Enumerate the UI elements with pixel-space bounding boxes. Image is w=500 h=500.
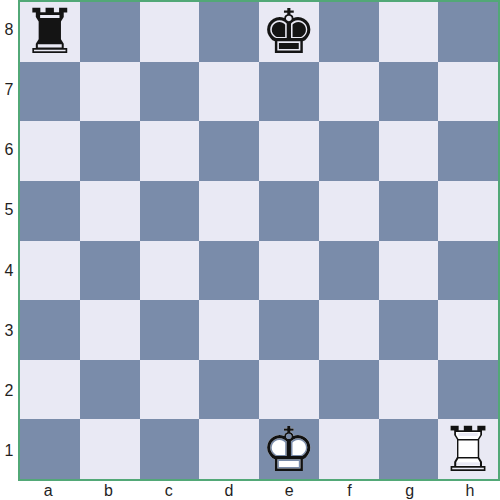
square-h5[interactable] — [438, 181, 498, 241]
file-label-b: b — [78, 481, 138, 500]
file-labels: abcdefgh — [18, 481, 500, 500]
square-d7[interactable] — [199, 62, 259, 122]
rank-label-1: 1 — [0, 421, 18, 481]
square-f4[interactable] — [319, 241, 379, 301]
white-rook-piece: ♜♖ — [440, 420, 496, 479]
square-e2[interactable] — [259, 360, 319, 420]
file-label-d: d — [199, 481, 259, 500]
page: 87654321 ♜♚♚♔♜♖ abcdefgh — [0, 0, 500, 500]
square-f8[interactable] — [319, 2, 379, 62]
rank-label-2: 2 — [0, 361, 18, 421]
square-e3[interactable] — [259, 300, 319, 360]
square-a6[interactable] — [20, 121, 80, 181]
square-a2[interactable] — [20, 360, 80, 420]
rank-label-5: 5 — [0, 180, 18, 240]
square-b4[interactable] — [80, 241, 140, 301]
square-c5[interactable] — [140, 181, 200, 241]
square-f6[interactable] — [319, 121, 379, 181]
square-a3[interactable] — [20, 300, 80, 360]
square-b1[interactable] — [80, 419, 140, 479]
file-label-g: g — [380, 481, 440, 500]
rank-label-4: 4 — [0, 241, 18, 301]
square-a5[interactable] — [20, 181, 80, 241]
rank-labels: 87654321 — [0, 0, 18, 481]
square-g1[interactable] — [379, 419, 439, 479]
piece-outline-glyph: ♔ — [261, 413, 317, 486]
square-d3[interactable] — [199, 300, 259, 360]
square-f3[interactable] — [319, 300, 379, 360]
square-a7[interactable] — [20, 62, 80, 122]
piece-outline-glyph: ♖ — [440, 413, 496, 486]
square-b5[interactable] — [80, 181, 140, 241]
square-c7[interactable] — [140, 62, 200, 122]
square-h8[interactable] — [438, 2, 498, 62]
square-e6[interactable] — [259, 121, 319, 181]
square-g4[interactable] — [379, 241, 439, 301]
square-e1[interactable]: ♚♔ — [259, 419, 319, 479]
file-label-f: f — [319, 481, 379, 500]
square-g3[interactable] — [379, 300, 439, 360]
square-b3[interactable] — [80, 300, 140, 360]
file-label-c: c — [139, 481, 199, 500]
square-h3[interactable] — [438, 300, 498, 360]
square-d8[interactable] — [199, 2, 259, 62]
square-c1[interactable] — [140, 419, 200, 479]
black-rook-piece: ♜ — [22, 2, 78, 61]
square-c2[interactable] — [140, 360, 200, 420]
square-b2[interactable] — [80, 360, 140, 420]
rank-label-6: 6 — [0, 120, 18, 180]
square-g2[interactable] — [379, 360, 439, 420]
square-a8[interactable]: ♜ — [20, 2, 80, 62]
square-d6[interactable] — [199, 121, 259, 181]
file-label-a: a — [18, 481, 78, 500]
square-e8[interactable]: ♚ — [259, 2, 319, 62]
square-f5[interactable] — [319, 181, 379, 241]
square-b7[interactable] — [80, 62, 140, 122]
square-d4[interactable] — [199, 241, 259, 301]
square-g7[interactable] — [379, 62, 439, 122]
square-e5[interactable] — [259, 181, 319, 241]
chess-board: ♜♚♚♔♜♖ — [18, 0, 500, 481]
square-f1[interactable] — [319, 419, 379, 479]
square-g5[interactable] — [379, 181, 439, 241]
square-c3[interactable] — [140, 300, 200, 360]
square-h1[interactable]: ♜♖ — [438, 419, 498, 479]
square-b8[interactable] — [80, 2, 140, 62]
black-king-piece: ♚ — [261, 2, 317, 61]
square-b6[interactable] — [80, 121, 140, 181]
square-f2[interactable] — [319, 360, 379, 420]
white-king-piece: ♚♔ — [261, 420, 317, 479]
square-g6[interactable] — [379, 121, 439, 181]
rank-label-3: 3 — [0, 301, 18, 361]
rank-label-7: 7 — [0, 60, 18, 120]
square-h2[interactable] — [438, 360, 498, 420]
rank-label-8: 8 — [0, 0, 18, 60]
square-e7[interactable] — [259, 62, 319, 122]
square-h4[interactable] — [438, 241, 498, 301]
square-a4[interactable] — [20, 241, 80, 301]
square-g8[interactable] — [379, 2, 439, 62]
square-f7[interactable] — [319, 62, 379, 122]
square-a1[interactable] — [20, 419, 80, 479]
square-c6[interactable] — [140, 121, 200, 181]
square-d2[interactable] — [199, 360, 259, 420]
square-d1[interactable] — [199, 419, 259, 479]
square-h7[interactable] — [438, 62, 498, 122]
square-e4[interactable] — [259, 241, 319, 301]
square-h6[interactable] — [438, 121, 498, 181]
square-d5[interactable] — [199, 181, 259, 241]
square-c4[interactable] — [140, 241, 200, 301]
square-c8[interactable] — [140, 2, 200, 62]
